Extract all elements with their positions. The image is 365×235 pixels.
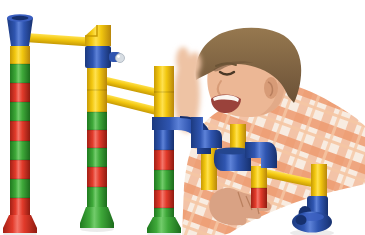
right-tower-seam: [154, 92, 174, 93]
middle-tower-segment: [87, 148, 107, 167]
top-rail: [25, 33, 89, 46]
middle-tower-seam: [87, 167, 107, 168]
left-tower-segment: [10, 46, 30, 64]
right-tower-seam: [154, 150, 174, 151]
left-tower-base: [3, 215, 37, 233]
left-tower-segment: [10, 198, 30, 216]
left-tower-seam: [10, 64, 30, 65]
middle-tower-base: [80, 207, 114, 228]
left-tower-seam: [10, 141, 30, 142]
left-tower-segment: [10, 141, 30, 160]
middle-tower-segment: [87, 90, 107, 112]
right-tower-segment: [154, 66, 174, 92]
left-tower-seam: [10, 198, 30, 199]
right-tower-segment: [154, 190, 174, 208]
middle-tower-seam: [87, 148, 107, 149]
middle-tower-seam: [87, 187, 107, 188]
middle-tower-segment: [87, 167, 107, 187]
middle-tower-segment: [87, 68, 107, 90]
left-tower-segment: [10, 64, 30, 83]
chute-column-c-segment: [251, 166, 267, 188]
left-tower-segment: [10, 121, 30, 141]
right-tower-segment: [154, 208, 174, 218]
right-tower-seam: [154, 170, 174, 171]
left-tower-seam: [10, 102, 30, 103]
left-tower-seam: [10, 83, 30, 84]
right-tower-segment: [154, 170, 174, 190]
left-tower-seam: [10, 160, 30, 161]
left-tower-segment: [10, 102, 30, 121]
spout: [85, 25, 111, 46]
left-tower-segment: [10, 160, 30, 179]
middle-tower-seam: [87, 90, 107, 91]
photo-canvas: [0, 0, 365, 235]
middle-tower-seam: [87, 112, 107, 113]
right-tower-seam: [154, 208, 174, 209]
middle-tower-seam: [87, 130, 107, 131]
right-tower-segment: [154, 92, 174, 120]
marble: [116, 54, 125, 63]
middle-tower-segment: [87, 130, 107, 148]
exit-column-segment: [311, 164, 327, 200]
paddle-sleeve: [85, 46, 125, 68]
right-tower-base: [147, 217, 181, 233]
middle-tower-segment: [87, 112, 107, 130]
left-tower-seam: [10, 179, 30, 180]
middle-tower-segment: [87, 187, 107, 207]
left-tower-segment: [10, 179, 30, 198]
upper-middle-rail: [101, 76, 158, 97]
funnel: [7, 14, 33, 46]
scene-svg: [0, 0, 365, 235]
left-tower-segment: [10, 83, 30, 102]
left-tower-seam: [10, 121, 30, 122]
chute-column-c-segment: [251, 188, 267, 208]
boot-catcher: [292, 196, 332, 233]
right-tower-seam: [154, 190, 174, 191]
chute-column-c-seam: [251, 188, 267, 189]
right-tower-segment: [154, 150, 174, 170]
